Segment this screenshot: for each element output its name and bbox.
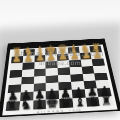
square-d8: ♛ [59,99,73,109]
square-a6 [96,80,110,89]
square-h8: ♜ [6,101,20,111]
square-c8: ♝ [72,98,86,108]
square-f7: ♟ [33,91,46,100]
watermark-line-1: china.alibaba.com [0,50,120,58]
square-a7: ♟ [97,88,112,97]
square-a8: ♜ [99,96,114,106]
watermark-line-2: alibaba.com [0,59,120,66]
square-g8: ♞ [19,101,33,111]
square-e8: ♚ [46,99,60,109]
square-h7: ♟ [7,93,21,102]
square-f8: ♝ [33,100,46,110]
product-photo: ♜♞♝♚♛♝♞♜♟♟♟♟♟♟♟♟♟♟♟♟♟♟♟♟♜♞♝♚♛♝♞♜ alibaba… [0,0,120,120]
